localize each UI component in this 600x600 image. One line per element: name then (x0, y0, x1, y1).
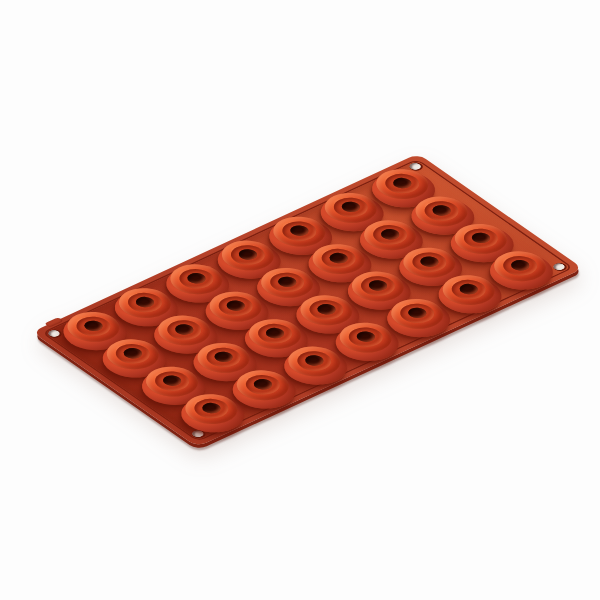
mold-shadow-wrapper (0, 0, 600, 600)
photo-scene (0, 0, 600, 600)
cavity-grid (49, 162, 566, 438)
silicone-mold-tray (32, 154, 583, 448)
